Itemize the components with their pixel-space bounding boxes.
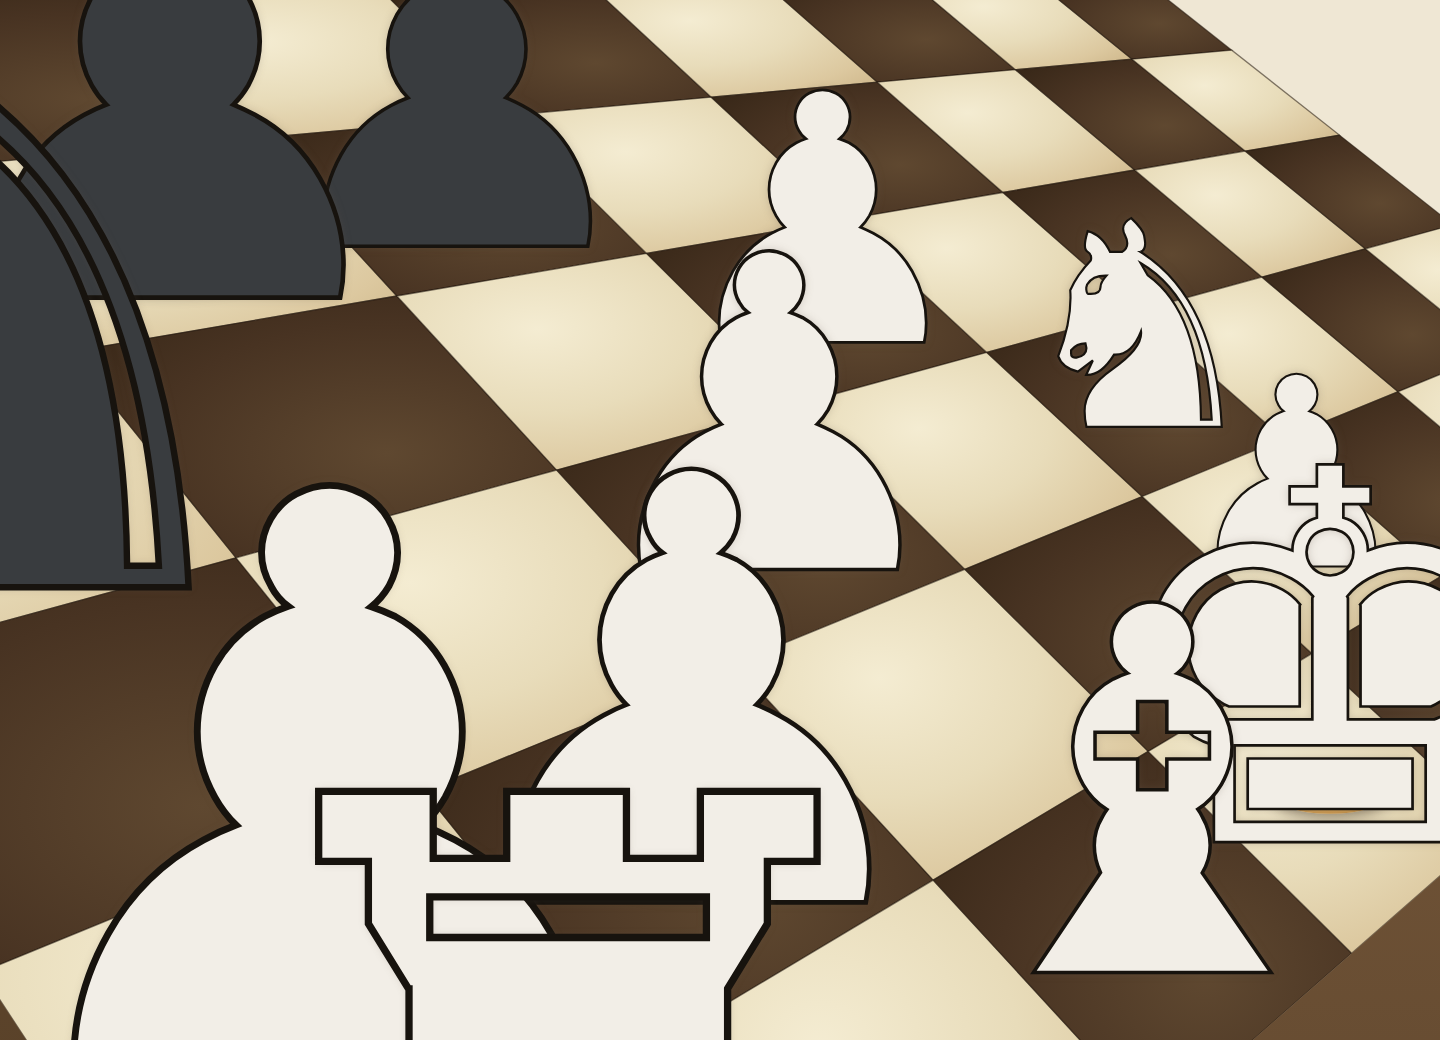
piece-white-bishop-c1[interactable]: ♝ [925,543,1380,1040]
piece-white-rook-a1[interactable]: ♜ [171,688,965,1040]
chess-scene: ♜♝♚♟♟♟♟♞♟♞♟♟ [0,0,1440,1040]
